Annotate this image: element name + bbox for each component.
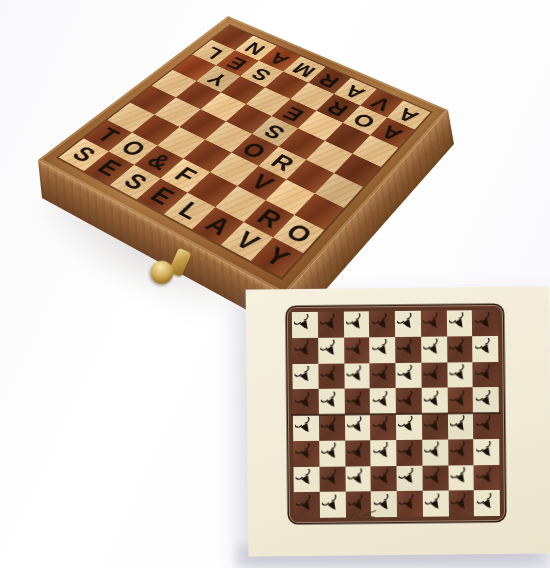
card-square <box>421 336 447 362</box>
bull-head-icon <box>346 339 367 360</box>
card-square <box>370 440 396 466</box>
card-square <box>319 440 345 466</box>
card-square <box>448 490 474 516</box>
card-square <box>474 490 500 516</box>
bull-head-icon <box>346 314 367 335</box>
card-square <box>472 336 498 362</box>
card-square <box>474 464 500 490</box>
bull-head-icon <box>476 467 497 488</box>
bull-head-icon <box>373 468 394 489</box>
bull-head-icon <box>450 416 471 437</box>
bull-head-icon <box>373 416 394 437</box>
bull-head-icon <box>450 390 471 411</box>
card-square <box>292 363 318 389</box>
card-square <box>370 363 396 389</box>
inlaid-letter: A <box>395 105 423 126</box>
bull-head-icon <box>398 339 419 360</box>
card-square <box>343 311 369 337</box>
signature-mark <box>346 504 393 524</box>
card-square <box>422 413 448 439</box>
card-square <box>447 336 473 362</box>
card-square <box>319 492 345 518</box>
bull-head-icon <box>295 391 316 412</box>
card-square <box>293 415 319 441</box>
bull-head-icon <box>320 314 341 335</box>
bull-head-icon <box>424 416 445 437</box>
bull-head-icon <box>474 312 495 333</box>
card-square <box>319 466 345 492</box>
card-square <box>447 413 473 439</box>
card-square <box>294 492 320 518</box>
card-square <box>395 362 421 388</box>
card-square <box>319 415 345 441</box>
bull-head-icon <box>424 364 445 385</box>
bull-head-icon <box>450 467 471 488</box>
bull-head-icon <box>321 443 342 464</box>
photo-root: NAMRAVALESROAYESORVTO&FROSESELAVY <box>0 0 550 568</box>
bull-head-icon <box>475 364 496 385</box>
bull-head-icon <box>423 313 444 334</box>
bull-head-icon <box>424 390 445 411</box>
bull-head-icon <box>371 313 392 334</box>
card-square <box>395 311 421 337</box>
card-square <box>318 337 344 363</box>
bull-head-icon <box>399 442 420 463</box>
inlaid-letter: A <box>378 122 407 143</box>
bull-head-icon <box>296 494 317 515</box>
bull-head-icon <box>398 365 419 386</box>
card-square <box>447 362 473 388</box>
bull-head-icon <box>322 494 343 515</box>
bull-head-icon <box>424 442 445 463</box>
bull-head-icon <box>321 365 342 386</box>
card-square <box>344 414 370 440</box>
card-square <box>421 310 447 336</box>
card-square <box>370 414 396 440</box>
card-square <box>448 439 474 465</box>
inlaid-letter: E <box>280 103 309 123</box>
card-square <box>422 439 448 465</box>
bull-head-icon <box>296 443 317 464</box>
card-square <box>344 389 370 415</box>
card-square <box>292 338 318 364</box>
card-square <box>447 387 473 413</box>
bull-head-icon <box>321 417 342 438</box>
card-square <box>446 310 472 336</box>
bull-head-icon <box>347 391 368 412</box>
card-square <box>422 465 448 491</box>
bull-head-icon <box>372 339 393 360</box>
bull-head-icon <box>347 442 368 463</box>
bull-head-icon <box>320 340 341 361</box>
bull-head-icon <box>399 468 420 489</box>
card-board <box>287 305 505 523</box>
bull-head-icon <box>347 468 368 489</box>
card-square <box>473 387 499 413</box>
card-square <box>292 312 318 338</box>
bull-head-icon <box>294 314 315 335</box>
printed-card <box>246 286 550 556</box>
card-square <box>318 312 344 338</box>
bull-head-icon <box>449 313 470 334</box>
bull-head-icon <box>398 416 419 437</box>
bull-head-icon <box>295 340 316 361</box>
bull-head-icon <box>475 390 496 411</box>
bull-head-icon <box>295 366 316 387</box>
bull-head-icon <box>372 391 393 412</box>
card-square <box>473 439 499 465</box>
card-square <box>397 491 423 517</box>
card-square <box>422 491 448 517</box>
card-square <box>344 363 370 389</box>
card-square <box>396 414 422 440</box>
bull-head-icon <box>449 364 470 385</box>
card-square <box>395 337 421 363</box>
card-square <box>473 361 499 387</box>
card-square <box>421 388 447 414</box>
bull-head-icon <box>449 338 470 359</box>
bull-head-icon <box>296 469 317 490</box>
card-square <box>370 388 396 414</box>
bull-head-icon <box>372 365 393 386</box>
card-square <box>318 363 344 389</box>
card-square <box>293 466 319 492</box>
bull-head-icon <box>450 441 471 462</box>
bull-head-icon <box>475 338 496 359</box>
bull-head-icon <box>347 417 368 438</box>
bull-head-icon <box>476 441 497 462</box>
card-square <box>472 310 498 336</box>
bull-head-icon <box>373 442 394 463</box>
bull-head-icon <box>398 390 419 411</box>
card-square <box>293 441 319 467</box>
card-square <box>396 465 422 491</box>
card-square <box>421 362 447 388</box>
bull-head-icon <box>346 365 367 386</box>
bull-head-icon <box>476 415 497 436</box>
card-square <box>448 465 474 491</box>
card-square <box>318 389 344 415</box>
card-square <box>369 311 395 337</box>
inlaid-letter: A <box>341 82 369 101</box>
card-square <box>344 337 370 363</box>
bull-head-icon <box>295 417 316 438</box>
card-square <box>369 337 395 363</box>
bull-head-icon <box>451 493 472 514</box>
card-square <box>345 440 371 466</box>
card-square <box>293 389 319 415</box>
card-square <box>371 466 397 492</box>
bull-head-icon <box>425 493 446 514</box>
card-square <box>473 413 499 439</box>
bull-head-icon <box>476 493 497 514</box>
inlaid-letter: Y <box>260 243 294 271</box>
inlaid-letter: V <box>368 93 395 112</box>
bull-head-icon <box>321 391 342 412</box>
bull-head-icon <box>397 313 418 334</box>
bull-head-icon <box>322 468 343 489</box>
card-square <box>345 466 371 492</box>
bull-head-icon <box>425 467 446 488</box>
card-square <box>396 388 422 414</box>
bull-head-icon <box>399 493 420 514</box>
card-square <box>396 440 422 466</box>
bull-head-icon <box>423 339 444 360</box>
